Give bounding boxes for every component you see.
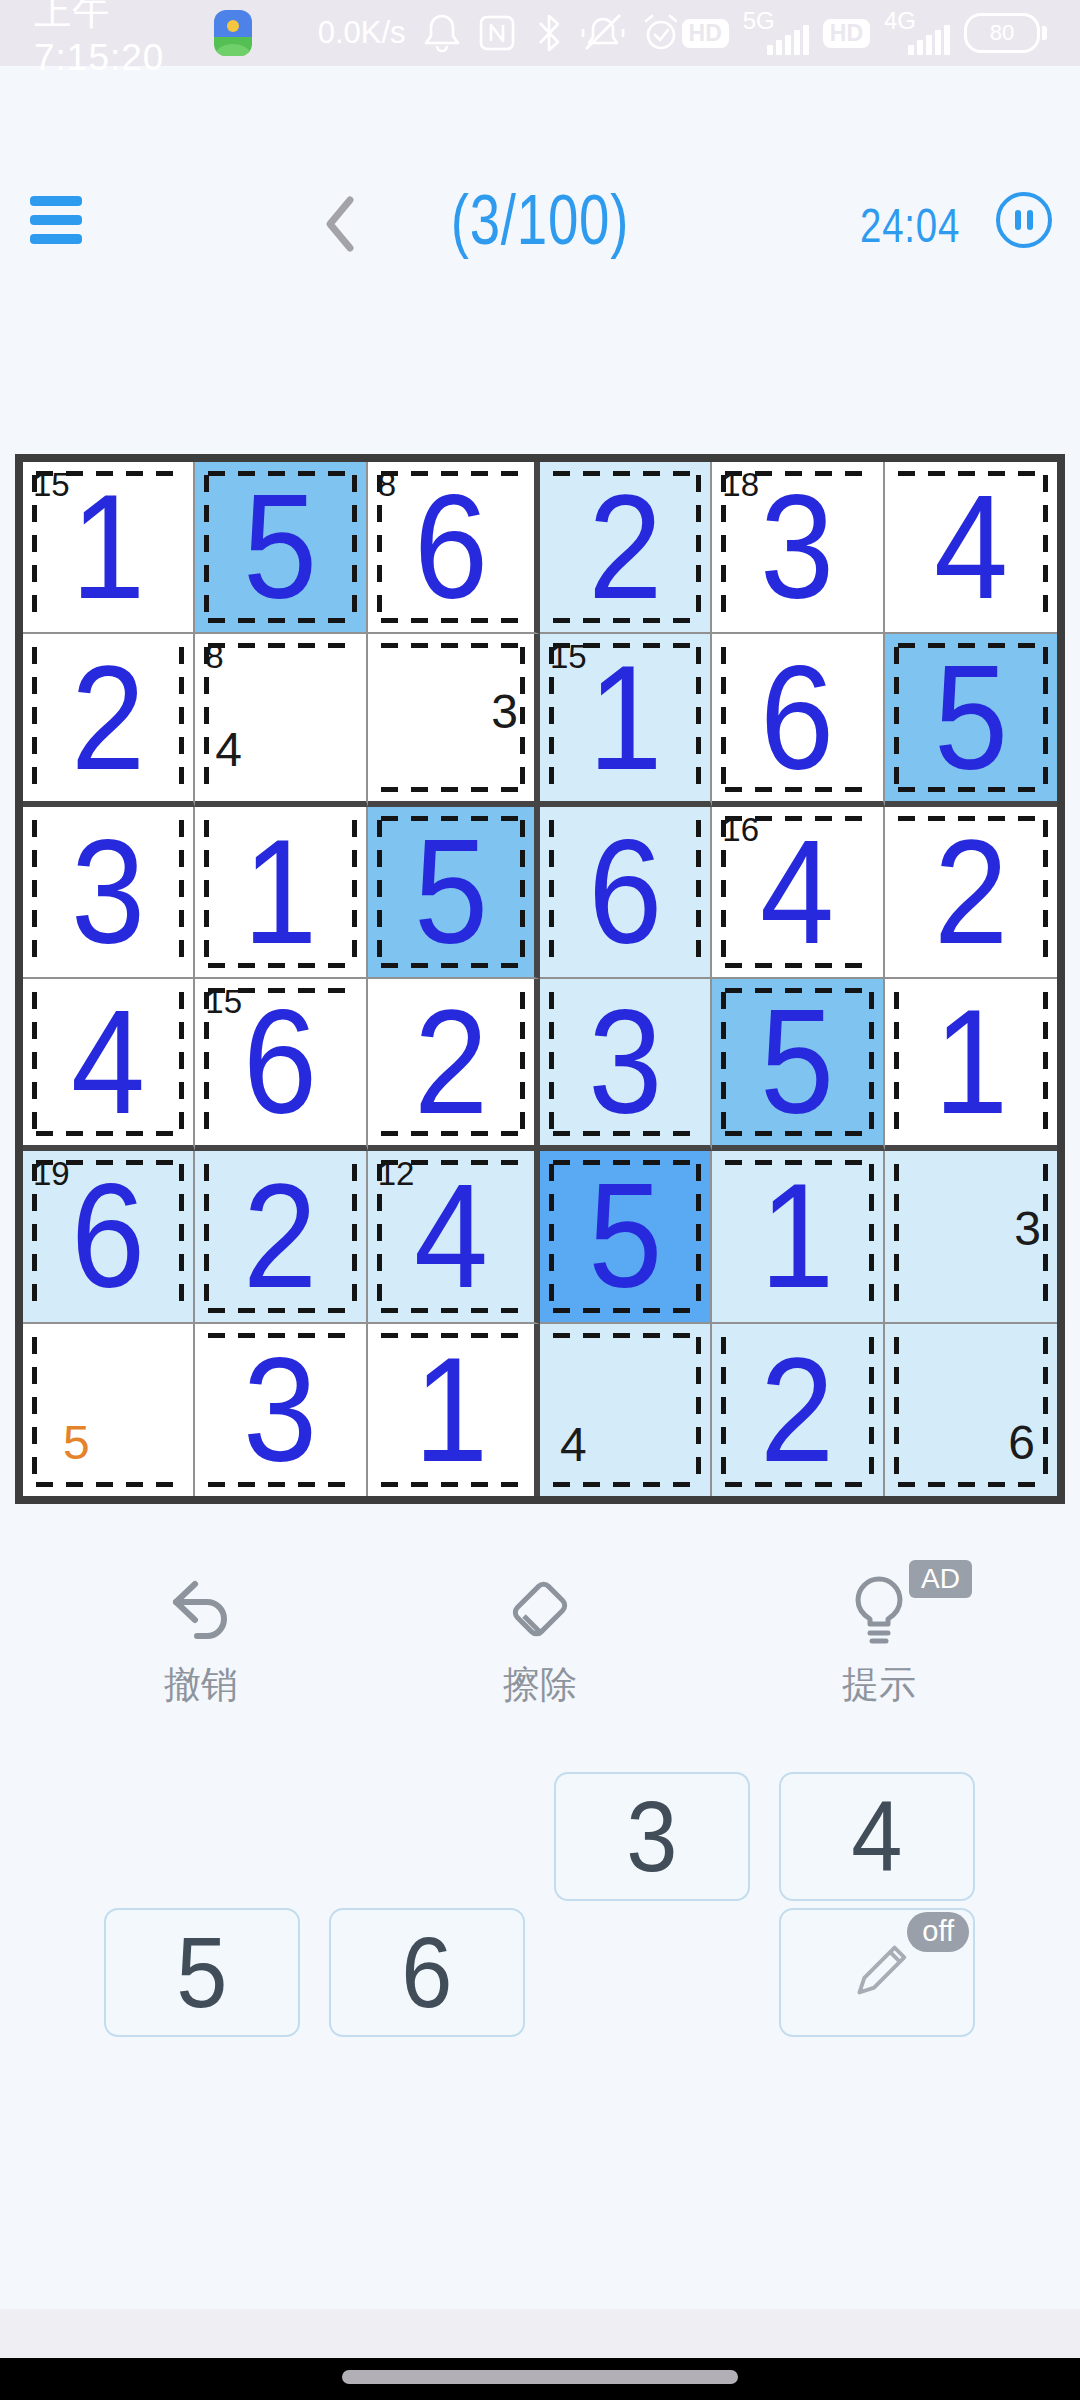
- cell-r3c4[interactable]: 6: [540, 807, 712, 979]
- cell-r2c4[interactable]: 151: [540, 634, 712, 806]
- cage-border: [1043, 992, 1048, 1132]
- cage-border: [36, 1482, 180, 1487]
- header: (3/100) 24:04: [0, 170, 1080, 300]
- cell-value: 1: [721, 1151, 874, 1321]
- cage-border: [725, 988, 869, 993]
- cage-border: [204, 1164, 209, 1308]
- cell-value: 5: [893, 634, 1048, 800]
- cage-sum-label: 19: [33, 1155, 70, 1193]
- cage-border: [352, 820, 357, 964]
- cage-border: [553, 1482, 697, 1487]
- cage-border: [32, 820, 37, 964]
- cell-value: 1: [376, 1324, 526, 1496]
- cell-r1c6[interactable]: 4: [885, 462, 1057, 634]
- cage-border: [520, 820, 525, 964]
- cell-value: 4: [893, 462, 1048, 632]
- cage-border: [721, 992, 726, 1132]
- cell-r2c3[interactable]: 3: [368, 634, 540, 806]
- cell-r6c1[interactable]: 5: [23, 1324, 195, 1496]
- cage-border: [894, 992, 899, 1132]
- nfc-icon: [476, 12, 518, 54]
- undo-button[interactable]: 撤销: [136, 1572, 266, 1742]
- cage-border: [898, 643, 1044, 648]
- cell-r2c5[interactable]: 6: [712, 634, 884, 806]
- notification-bell-icon: [422, 11, 462, 55]
- pencil-note: 3: [1014, 1201, 1041, 1256]
- cage-border: [894, 647, 899, 787]
- cell-value: 2: [549, 462, 702, 632]
- cage-border: [381, 787, 521, 792]
- cell-value: 2: [376, 979, 526, 1145]
- gesture-bar[interactable]: [342, 2370, 738, 2384]
- cell-value: 5: [204, 462, 357, 632]
- cell-value: 2: [893, 807, 1048, 977]
- cage-border: [696, 1337, 701, 1483]
- hint-button[interactable]: AD 提示: [814, 1572, 944, 1742]
- cage-border: [696, 647, 701, 787]
- cage-border: [381, 1482, 521, 1487]
- pencil-toggle-button[interactable]: off: [779, 1908, 975, 2037]
- cell-r1c5[interactable]: 183: [712, 462, 884, 634]
- numpad-digit: 6: [401, 1915, 452, 2030]
- cage-border: [696, 1164, 701, 1308]
- cell-r6c4[interactable]: 4: [540, 1324, 712, 1496]
- cell-value: 3: [32, 807, 185, 977]
- cell-r4c4[interactable]: 3: [540, 979, 712, 1151]
- cage-border: [898, 816, 1044, 821]
- cell-r1c2[interactable]: 5: [195, 462, 367, 634]
- navigation-bar: [0, 2358, 1080, 2400]
- cage-border: [204, 820, 209, 964]
- hint-bulb-icon: [839, 1572, 919, 1648]
- cage-border: [179, 1164, 184, 1308]
- signal-sim2-icon: 4G: [884, 9, 950, 57]
- cage-border: [725, 963, 869, 968]
- cell-value: 5: [549, 1151, 702, 1321]
- cell-r4c5[interactable]: 5: [712, 979, 884, 1151]
- numpad-digit: 5: [176, 1915, 227, 2030]
- cage-border: [725, 1482, 869, 1487]
- cage-border: [520, 992, 525, 1132]
- erase-button[interactable]: 擦除: [475, 1572, 605, 1742]
- cell-r4c1[interactable]: 4: [23, 979, 195, 1151]
- battery-icon: 80: [964, 13, 1040, 53]
- status-icons: [422, 11, 682, 55]
- menu-icon[interactable]: [30, 196, 82, 253]
- cell-r6c2[interactable]: 3: [195, 1324, 367, 1496]
- cell-value: 3: [204, 1324, 357, 1496]
- cage-border: [32, 647, 37, 787]
- cell-r4c3[interactable]: 2: [368, 979, 540, 1151]
- cell-r6c5[interactable]: 2: [712, 1324, 884, 1496]
- cage-border: [381, 963, 521, 968]
- vibrate-off-icon: [580, 11, 626, 55]
- cage-border: [381, 643, 521, 648]
- cell-value: 5: [376, 807, 526, 977]
- cage-border: [553, 1308, 697, 1313]
- cell-r3c2[interactable]: 1: [195, 807, 367, 979]
- cell-r5c6[interactable]: 3: [885, 1151, 1057, 1323]
- cell-value: 2: [32, 634, 185, 800]
- pencil-state-badge: off: [907, 1912, 969, 1952]
- cell-r2c2[interactable]: 84: [195, 634, 367, 806]
- cage-border: [179, 820, 184, 964]
- cage-border: [36, 1131, 180, 1136]
- cage-border: [179, 647, 184, 787]
- cage-sum-label: 15: [205, 983, 242, 1021]
- cage-border: [553, 618, 697, 623]
- screen: 上午7:15:20 0.0K/s: [0, 0, 1080, 2400]
- pencil-note: 4: [560, 1417, 587, 1472]
- cage-border: [725, 787, 869, 792]
- cage-border: [208, 643, 352, 648]
- cage-border: [553, 471, 697, 476]
- cage-border: [894, 1337, 899, 1483]
- cage-border: [204, 475, 209, 619]
- cell-r3c6[interactable]: 2: [885, 807, 1057, 979]
- cage-border: [179, 992, 184, 1132]
- cell-value: 6: [721, 634, 874, 800]
- cell-value: 3: [549, 979, 702, 1145]
- cage-border: [381, 618, 521, 623]
- pencil-icon: [838, 1934, 916, 2012]
- cell-r5c5[interactable]: 1: [712, 1151, 884, 1323]
- clock-text: 上午7:15:20: [34, 0, 202, 79]
- cell-value: 2: [204, 1151, 357, 1321]
- hd-volte-icon-2: HD: [823, 19, 870, 48]
- cage-sum-label: 8: [378, 466, 396, 504]
- cage-border: [208, 1482, 352, 1487]
- pause-button[interactable]: [996, 192, 1052, 248]
- numpad-digit: 4: [851, 1779, 902, 1894]
- cage-border: [32, 992, 37, 1132]
- cage-border: [208, 618, 352, 623]
- cell-r6c6[interactable]: 6: [885, 1324, 1057, 1496]
- numpad-button-6[interactable]: 6: [329, 1908, 525, 2037]
- cell-r4c6[interactable]: 1: [885, 979, 1057, 1151]
- numpad: 3456off: [104, 1772, 976, 2037]
- cage-border: [549, 820, 554, 964]
- network-speed-text: 0.0K/s: [318, 15, 406, 51]
- cage-border: [894, 1164, 899, 1308]
- cell-r1c4[interactable]: 2: [540, 462, 712, 634]
- cell-r1c1[interactable]: 151: [23, 462, 195, 634]
- cell-value: 6: [376, 462, 526, 632]
- cage-border: [696, 820, 701, 964]
- board: 1515862183428431516531561642415623511962…: [15, 454, 1065, 1504]
- cell-r3c3[interactable]: 5: [368, 807, 540, 979]
- hint-label: 提示: [842, 1660, 916, 1710]
- cage-border: [549, 1164, 554, 1308]
- cell-r1c3[interactable]: 86: [368, 462, 540, 634]
- cage-sum-label: 16: [722, 811, 759, 849]
- pencil-note: 3: [491, 684, 518, 739]
- cell-r4c2[interactable]: 156: [195, 979, 367, 1151]
- cage-border: [1043, 647, 1048, 787]
- bottom-strip: [0, 2309, 1080, 2358]
- cage-border: [898, 471, 1044, 476]
- cage-border: [725, 1160, 869, 1165]
- cage-border: [898, 787, 1044, 792]
- cell-r5c3[interactable]: 124: [368, 1151, 540, 1323]
- cage-border: [377, 820, 382, 964]
- cell-r5c2[interactable]: 2: [195, 1151, 367, 1323]
- running-app-icon: [214, 10, 251, 56]
- cage-sum-label: 15: [550, 638, 587, 676]
- cage-border: [208, 471, 352, 476]
- cell-value: 6: [549, 807, 702, 977]
- cage-border: [520, 647, 525, 787]
- cage-border: [381, 1131, 521, 1136]
- cage-sum-label: 12: [378, 1155, 415, 1193]
- cell-r3c5[interactable]: 164: [712, 807, 884, 979]
- cage-border: [549, 992, 554, 1132]
- numpad-button-3[interactable]: 3: [554, 1772, 750, 1901]
- cell-r3c1[interactable]: 3: [23, 807, 195, 979]
- cell-r2c6[interactable]: 5: [885, 634, 1057, 806]
- cage-border: [898, 1482, 1044, 1487]
- cage-border: [381, 1308, 521, 1313]
- cage-border: [869, 1337, 874, 1483]
- cage-border: [721, 647, 726, 787]
- cage-border: [553, 1131, 697, 1136]
- cage-border: [208, 1333, 352, 1338]
- cage-border: [696, 475, 701, 619]
- cage-border: [869, 1164, 874, 1308]
- hd-volte-icon: HD: [682, 19, 729, 48]
- cell-r2c1[interactable]: 2: [23, 634, 195, 806]
- page-title: (3/100): [119, 180, 961, 260]
- cage-border: [553, 1333, 697, 1338]
- toolbar: 撤销 擦除 AD 提示: [0, 1572, 1080, 1742]
- status-bar: 上午7:15:20 0.0K/s: [0, 0, 1080, 66]
- undo-label: 撤销: [164, 1660, 238, 1710]
- cage-border: [1043, 475, 1048, 619]
- numpad-digit: 3: [626, 1779, 677, 1894]
- cell-value: 5: [721, 979, 874, 1145]
- eraser-icon: [500, 1572, 580, 1648]
- cage-border: [381, 1333, 521, 1338]
- cage-border: [725, 1131, 869, 1136]
- bluetooth-icon: [532, 11, 566, 55]
- numpad-button-5[interactable]: 5: [104, 1908, 300, 2037]
- cell-r6c3[interactable]: 1: [368, 1324, 540, 1496]
- cage-border: [32, 1337, 37, 1483]
- cage-border: [869, 992, 874, 1132]
- cage-border: [352, 1164, 357, 1308]
- timer-text: 24:04: [860, 198, 960, 253]
- cell-value: 2: [721, 1324, 874, 1496]
- cell-value: 4: [32, 979, 185, 1145]
- undo-icon: [161, 1572, 241, 1648]
- cell-value: 1: [893, 979, 1048, 1145]
- status-right-icons: HD 5G HD 4G 80: [682, 9, 1040, 57]
- cell-value: 1: [204, 807, 357, 977]
- numpad-button-4[interactable]: 4: [779, 1772, 975, 1901]
- cage-border: [553, 1160, 697, 1165]
- cage-border: [381, 471, 521, 476]
- cage-border: [721, 1337, 726, 1483]
- cage-sum-label: 18: [722, 466, 759, 504]
- ad-badge: AD: [909, 1560, 972, 1598]
- cage-sum-label: 8: [205, 638, 223, 676]
- pencil-note: 4: [215, 722, 242, 777]
- erase-label: 擦除: [503, 1660, 577, 1710]
- cage-border: [352, 475, 357, 619]
- cage-border: [1043, 1164, 1048, 1308]
- cage-border: [208, 963, 352, 968]
- cage-border: [381, 816, 521, 821]
- cage-border: [1043, 820, 1048, 964]
- cell-r5c4[interactable]: 5: [540, 1151, 712, 1323]
- cell-r5c1[interactable]: 196: [23, 1151, 195, 1323]
- signal-sim1-icon: 5G: [743, 9, 809, 57]
- cage-border: [1043, 1337, 1048, 1483]
- cage-sum-label: 15: [33, 466, 70, 504]
- pencil-note: 6: [1008, 1415, 1035, 1470]
- alarm-icon: [640, 11, 682, 55]
- cage-border: [208, 1308, 352, 1313]
- battery-level: 80: [990, 20, 1014, 46]
- pencil-note: 5: [63, 1415, 90, 1470]
